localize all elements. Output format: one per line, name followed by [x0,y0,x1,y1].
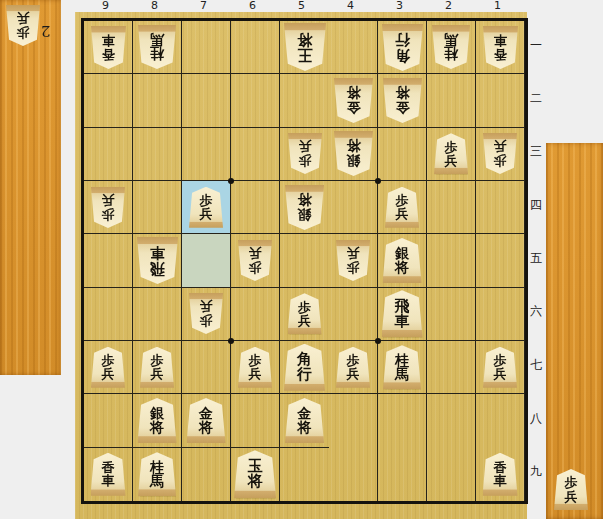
sente-pawn[interactable]: 歩兵 [288,293,322,334]
sente-silver[interactable]: 銀将 [138,398,177,443]
board-cell-3-8[interactable] [378,394,427,447]
shogi-board-panel: 香車桂馬王将角行桂馬香車金将金将歩兵銀将歩兵歩兵歩兵歩兵銀将歩兵飛車歩兵歩兵銀将… [75,12,527,519]
file-label-7: 7 [179,0,228,12]
gote-king[interactable]: 王将 [284,23,326,71]
gote-gold[interactable]: 金将 [383,78,422,123]
board-cell-1-2[interactable] [476,74,525,127]
gote-pawn[interactable]: 歩兵 [288,133,322,174]
star-point [228,178,234,184]
file-label-8: 8 [130,0,179,12]
board-cell-2-2[interactable] [427,74,476,127]
board-cell-5-7[interactable]: 角行 [280,341,329,394]
sente-pawn[interactable]: 歩兵 [140,347,174,388]
rank-label-8: 八 [529,410,543,427]
file-label-6: 6 [228,0,277,12]
board-cell-6-3[interactable] [231,128,280,181]
board-cell-7-3[interactable] [182,128,231,181]
rank-label-6: 六 [529,303,543,320]
sente-gold[interactable]: 金将 [285,398,324,443]
gote-hand-pawn[interactable]: 歩兵 [6,5,40,46]
sente-pawn[interactable]: 歩兵 [91,347,125,388]
board-cell-7-6[interactable]: 歩兵 [182,288,231,341]
board-cell-1-6[interactable] [476,288,525,341]
board-cell-9-9[interactable]: 香車 [84,448,133,501]
board-cell-2-9[interactable] [427,448,476,501]
gote-hand-tray: 歩兵2 [0,0,61,375]
board-cell-1-9[interactable]: 香車 [476,448,525,501]
rank-label-7: 七 [529,357,543,374]
shogi-app: 歩兵2 歩兵 987654321 香車桂馬王将角行桂馬香車金将金将歩兵銀将歩兵歩… [0,0,603,519]
sente-pawn[interactable]: 歩兵 [189,187,223,228]
rank-label-1: 一 [529,37,543,54]
board-cell-6-8[interactable] [231,394,280,447]
sente-silver[interactable]: 銀将 [383,238,422,283]
sente-knight[interactable]: 桂馬 [383,345,421,389]
sente-rook[interactable]: 飛車 [382,290,423,337]
gote-silver[interactable]: 銀将 [334,131,373,176]
board-cell-8-2[interactable] [133,74,182,127]
sente-knight[interactable]: 桂馬 [138,452,176,496]
board-cell-7-4[interactable]: 歩兵 [182,181,231,234]
board-cell-4-5[interactable]: 歩兵 [329,234,378,287]
board-cell-8-8[interactable]: 銀将 [133,394,182,447]
board-cell-9-6[interactable] [84,288,133,341]
sente-pawn[interactable]: 歩兵 [483,347,517,388]
board-cell-9-7[interactable]: 歩兵 [84,341,133,394]
board-cell-3-2[interactable]: 金将 [378,74,427,127]
sente-hand-pawn[interactable]: 歩兵 [554,469,588,510]
board-cell-6-4[interactable] [231,181,280,234]
sente-pawn[interactable]: 歩兵 [385,187,419,228]
board-cell-4-7[interactable]: 歩兵 [329,341,378,394]
board-cell-4-9[interactable] [329,448,378,501]
board-cell-8-7[interactable]: 歩兵 [133,341,182,394]
gote-pawn[interactable]: 歩兵 [238,240,272,281]
board-cell-9-8[interactable] [84,394,133,447]
board-cell-4-1[interactable] [329,21,378,74]
board-cell-3-3[interactable] [378,128,427,181]
gote-pawn[interactable]: 歩兵 [189,293,223,334]
board-cell-5-8[interactable]: 金将 [280,394,329,447]
sente-pawn[interactable]: 歩兵 [434,133,468,174]
board-cell-2-8[interactable] [427,394,476,447]
sente-pawn[interactable]: 歩兵 [336,347,370,388]
board-cell-1-3[interactable]: 歩兵 [476,128,525,181]
star-point [228,338,234,344]
board-cell-3-7[interactable]: 桂馬 [378,341,427,394]
gote-pawn[interactable]: 歩兵 [91,187,125,228]
board-cell-8-9[interactable]: 桂馬 [133,448,182,501]
board-cell-9-1[interactable]: 香車 [84,21,133,74]
gote-bishop[interactable]: 角行 [382,24,423,71]
board-cell-5-1[interactable]: 王将 [280,21,329,74]
board-cell-1-8[interactable] [476,394,525,447]
rank-label-4: 四 [529,197,543,214]
sente-lance[interactable]: 香車 [91,453,126,496]
board-cell-2-5[interactable] [427,234,476,287]
rank-label-5: 五 [529,250,543,267]
board-cell-2-1[interactable]: 桂馬 [427,21,476,74]
board-cell-1-4[interactable] [476,181,525,234]
board-cell-5-9[interactable] [280,448,329,501]
board-cell-6-9[interactable]: 玉将 [231,448,280,501]
gote-hand-count: 2 [41,22,51,40]
file-label-2: 2 [424,0,473,12]
sente-lance[interactable]: 香車 [483,453,518,496]
sente-king[interactable]: 玉将 [234,450,276,498]
gote-lance[interactable]: 香車 [91,26,126,69]
gote-silver[interactable]: 銀将 [285,185,324,230]
board-cell-6-7[interactable]: 歩兵 [231,341,280,394]
file-label-4: 4 [326,0,375,12]
rank-label-9: 九 [529,463,543,480]
board-cell-7-7[interactable] [182,341,231,394]
board-cell-6-5[interactable]: 歩兵 [231,234,280,287]
rank-label-3: 三 [529,143,543,160]
board-cell-4-2[interactable]: 金将 [329,74,378,127]
board-cell-4-4[interactable] [329,181,378,234]
board-cell-6-2[interactable] [231,74,280,127]
board-cell-5-5[interactable] [280,234,329,287]
file-labels: 987654321 [81,0,522,12]
board-cell-8-3[interactable] [133,128,182,181]
file-label-3: 3 [375,0,424,12]
board-cell-8-6[interactable] [133,288,182,341]
gote-gold[interactable]: 金将 [334,78,373,123]
board-cell-9-4[interactable]: 歩兵 [84,181,133,234]
sente-bishop[interactable]: 角行 [284,344,325,391]
star-point [375,178,381,184]
board-cell-6-6[interactable] [231,288,280,341]
board-cell-9-3[interactable] [84,128,133,181]
board-cell-1-1[interactable]: 香車 [476,21,525,74]
board-cell-4-6[interactable] [329,288,378,341]
board-cell-7-9[interactable] [182,448,231,501]
board-cell-5-4[interactable]: 銀将 [280,181,329,234]
board-cell-2-4[interactable] [427,181,476,234]
board-cell-2-7[interactable] [427,341,476,394]
gote-rook[interactable]: 飛車 [137,237,178,284]
board-cell-8-1[interactable]: 桂馬 [133,21,182,74]
gote-knight[interactable]: 桂馬 [432,25,470,69]
file-label-5: 5 [277,0,326,12]
board-cell-6-1[interactable] [231,21,280,74]
board-cell-7-8[interactable]: 金将 [182,394,231,447]
board-cell-3-6[interactable]: 飛車 [378,288,427,341]
board-cell-3-4[interactable]: 歩兵 [378,181,427,234]
file-label-1: 1 [473,0,522,12]
board-cell-3-5[interactable]: 銀将 [378,234,427,287]
board-cell-7-5[interactable] [182,234,231,287]
board-cell-2-3[interactable]: 歩兵 [427,128,476,181]
rank-label-2: 二 [529,90,543,107]
file-label-9: 9 [81,0,130,12]
gote-knight[interactable]: 桂馬 [138,25,176,69]
board-cell-8-4[interactable] [133,181,182,234]
gote-pawn[interactable]: 歩兵 [336,240,370,281]
board-cell-9-5[interactable] [84,234,133,287]
board-cell-8-5[interactable]: 飛車 [133,234,182,287]
board-grid: 香車桂馬王将角行桂馬香車金将金将歩兵銀将歩兵歩兵歩兵歩兵銀将歩兵飛車歩兵歩兵銀将… [81,18,528,504]
sente-hand-tray: 歩兵 [546,143,603,519]
board-cell-1-5[interactable] [476,234,525,287]
sente-pawn[interactable]: 歩兵 [238,347,272,388]
board-cell-1-7[interactable]: 歩兵 [476,341,525,394]
gote-lance[interactable]: 香車 [483,26,518,69]
gote-pawn[interactable]: 歩兵 [483,133,517,174]
board-cell-3-1[interactable]: 角行 [378,21,427,74]
board-cell-9-2[interactable] [84,74,133,127]
board-cell-4-8[interactable] [329,394,378,447]
board-cell-3-9[interactable] [378,448,427,501]
board-cell-5-3[interactable]: 歩兵 [280,128,329,181]
board-cell-2-6[interactable] [427,288,476,341]
star-point [375,338,381,344]
board-cell-7-1[interactable] [182,21,231,74]
board-cell-5-6[interactable]: 歩兵 [280,288,329,341]
board-cell-7-2[interactable] [182,74,231,127]
sente-gold[interactable]: 金将 [187,398,226,443]
board-cell-5-2[interactable] [280,74,329,127]
board-cell-4-3[interactable]: 銀将 [329,128,378,181]
